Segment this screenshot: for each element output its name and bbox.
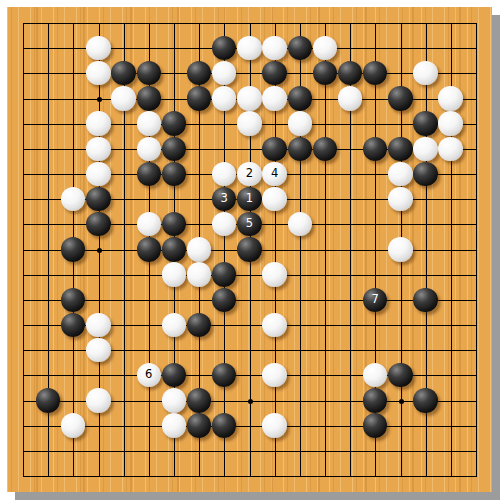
stone-white-c4-r5 [86,111,110,135]
stone-white-c12-r5 [288,111,312,135]
stone-white-c18-r6 [438,137,462,161]
stone-white-c6-r5 [137,111,161,135]
stone-black-c6-r7 [137,162,161,186]
stone-white-c12-r9 [288,212,312,236]
stone-black-c5-r3 [111,61,135,85]
stone-white-c17-r6 [413,137,437,161]
stone-white-c4-r14 [86,338,110,362]
stone-white-c10-r5 [237,111,261,135]
stone-white-c14-r4 [338,86,362,110]
stone-black-c17-r12 [413,288,437,312]
stone-black-c13-r6 [313,137,337,161]
stone-black-c11-r3 [262,61,286,85]
stone-black-c6-r10 [137,237,161,261]
stone-black-c8-r13 [187,313,211,337]
stone-black-c12-r6 [288,137,312,161]
stone-white-c11-r8 [262,187,286,211]
stone-white-c11-r2 [262,36,286,60]
stone-white-c4-r13 [86,313,110,337]
stone-black-c3-r12 [61,288,85,312]
stone-black-c11-r6 [262,137,286,161]
stone-black-c7-r5 [162,111,186,135]
stone-white-c11-r15 [262,363,286,387]
stone-black-c15-r6 [363,137,387,161]
stone-black-c9-r12 [212,288,236,312]
stone-white-c10-r2 [237,36,261,60]
stone-black-c7-r9 [162,212,186,236]
stone-black-c3-r13 [61,313,85,337]
stone-black-c3-r10 [61,237,85,261]
stone-white-c18-r5 [438,111,462,135]
stone-black-c13-r3 [313,61,337,85]
stone-black-c17-r5 [413,111,437,135]
stone-black-c14-r3 [338,61,362,85]
stone-white-c16-r10 [388,237,412,261]
stone-white-c5-r4 [111,86,135,110]
stone-white-c4-r3 [86,61,110,85]
stone-white-c4-r2 [86,36,110,60]
stone-white-c4-r7 [86,162,110,186]
stone-white-c17-r3 [413,61,437,85]
stone-white-c9-r3 [212,61,236,85]
stone-white-c3-r8 [61,187,85,211]
stone-white-c9-r7 [212,162,236,186]
stone-white-c13-r2 [313,36,337,60]
stone-white-c11-r11 [262,262,286,286]
stone-black-c15-r3 [363,61,387,85]
stone-black-c9-r8-move-3: 3 [212,187,236,211]
stone-black-c10-r9-move-5: 5 [237,212,261,236]
stone-white-c7-r16 [162,388,186,412]
stone-white-c9-r4 [212,86,236,110]
stone-black-c9-r11 [212,262,236,286]
stone-white-c6-r9 [137,212,161,236]
stone-white-c10-r7-move-2: 2 [237,162,261,186]
stone-white-c16-r8 [388,187,412,211]
stone-black-c17-r16 [413,388,437,412]
stone-black-c16-r4 [388,86,412,110]
stone-white-c11-r17 [262,413,286,437]
stone-black-c6-r3 [137,61,161,85]
page: 2431576 [0,0,500,500]
stone-white-c3-r17 [61,413,85,437]
stone-white-c10-r4 [237,86,261,110]
stone-black-c16-r15 [388,363,412,387]
stone-white-c16-r7 [388,162,412,186]
stone-black-c12-r4 [288,86,312,110]
stone-black-c9-r17 [212,413,236,437]
stone-black-c15-r17 [363,413,387,437]
stone-white-c11-r4 [262,86,286,110]
stone-white-c4-r16 [86,388,110,412]
stone-black-c2-r16 [36,388,60,412]
stone-white-c6-r15-move-6: 6 [137,363,161,387]
go-board[interactable]: 2431576 [7,7,492,492]
stone-black-c9-r15 [212,363,236,387]
stone-white-c8-r10 [187,237,211,261]
stone-white-c18-r4 [438,86,462,110]
stone-black-c8-r3 [187,61,211,85]
stone-white-c7-r13 [162,313,186,337]
stone-black-c16-r6 [388,137,412,161]
stone-black-c6-r4 [137,86,161,110]
stone-white-c7-r11 [162,262,186,286]
stone-black-c10-r10 [237,237,261,261]
stone-black-c15-r12-move-7: 7 [363,288,387,312]
stone-black-c8-r4 [187,86,211,110]
stone-black-c7-r15 [162,363,186,387]
stone-black-c17-r7 [413,162,437,186]
stone-black-c8-r17 [187,413,211,437]
stones-layer: 2431576 [10,10,488,488]
stone-black-c15-r16 [363,388,387,412]
stone-white-c15-r15 [363,363,387,387]
stone-white-c6-r6 [137,137,161,161]
stone-white-c7-r17 [162,413,186,437]
stone-white-c8-r11 [187,262,211,286]
stone-black-c9-r2 [212,36,236,60]
stone-black-c8-r16 [187,388,211,412]
stone-black-c4-r8 [86,187,110,211]
stone-black-c7-r6 [162,137,186,161]
stone-black-c4-r9 [86,212,110,236]
stone-black-c10-r8-move-1: 1 [237,187,261,211]
stone-white-c4-r6 [86,137,110,161]
stone-black-c12-r2 [288,36,312,60]
stone-black-c7-r10 [162,237,186,261]
stone-white-c11-r7-move-4: 4 [262,162,286,186]
stone-white-c11-r13 [262,313,286,337]
stone-white-c9-r9 [212,212,236,236]
stone-black-c7-r7 [162,162,186,186]
